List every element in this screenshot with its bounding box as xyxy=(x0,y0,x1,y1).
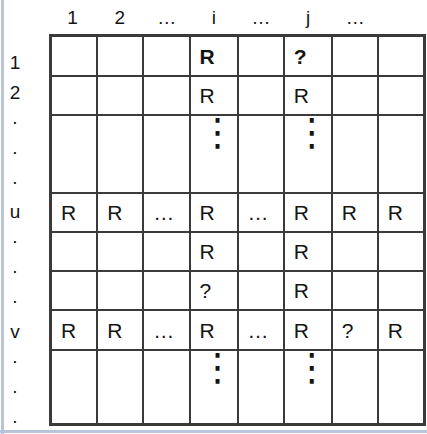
cell-r6-c2 xyxy=(97,271,143,310)
cell-r4-c4: R xyxy=(190,193,238,232)
cell-r8-c4: ⋮ xyxy=(190,350,238,424)
cell-r2-c7 xyxy=(332,76,378,115)
row-label-3: . xyxy=(2,103,28,133)
cell-r3-c2 xyxy=(97,115,143,193)
cell-r4-c7: R xyxy=(332,193,378,232)
cell-r4-c8: R xyxy=(378,193,424,232)
cell-r8-c7 xyxy=(332,350,378,424)
cell-r7-c8: R xyxy=(378,310,424,350)
cell-r7-c2: R xyxy=(97,310,143,350)
cell-r5-c6: R xyxy=(284,232,332,271)
cell-r5-c4: R xyxy=(190,232,238,271)
cell-r6-c8 xyxy=(378,271,424,310)
column-headers: 12…i…j… xyxy=(49,2,426,34)
cell-r8-c1 xyxy=(51,350,97,424)
cell-r7-c7: ? xyxy=(332,310,378,350)
cell-r2-c8 xyxy=(378,76,424,115)
row-label-4: . xyxy=(2,133,28,163)
cell-r1-c7 xyxy=(332,36,378,76)
row-label-8: . xyxy=(2,252,28,282)
row-label-11: . xyxy=(2,342,28,372)
cell-r7-c6: R xyxy=(284,310,332,350)
cell-r7-c4: R xyxy=(190,310,238,350)
cell-r7-c3: … xyxy=(143,310,189,350)
cell-r6-c7 xyxy=(332,271,378,310)
cell-r2-c4: R xyxy=(190,76,238,115)
row-label-13: . xyxy=(2,402,28,432)
cell-r3-c8 xyxy=(378,115,424,193)
cell-r3-c1 xyxy=(51,115,97,193)
cell-r1-c5 xyxy=(238,36,284,76)
cell-r5-c1 xyxy=(51,232,97,271)
cell-r2-c3 xyxy=(143,76,189,115)
cell-r4-c2: R xyxy=(97,193,143,232)
cell-r8-c6: ⋮ xyxy=(284,350,332,424)
cell-r8-c3 xyxy=(143,350,189,424)
cell-r6-c6: R xyxy=(284,271,332,310)
cell-r7-c5: … xyxy=(238,310,284,350)
cell-r2-c6: R xyxy=(284,76,332,115)
cell-r6-c3 xyxy=(143,271,189,310)
row-label-1: 1 xyxy=(2,48,28,78)
cell-r1-c6: ? xyxy=(284,36,332,76)
row-labels: 12...u...v... xyxy=(2,48,28,434)
cell-r5-c8 xyxy=(378,232,424,271)
column-header-6: j xyxy=(285,2,332,34)
cell-r7-c1: R xyxy=(51,310,97,350)
cell-r3-c5 xyxy=(238,115,284,193)
column-header-5: … xyxy=(238,2,285,34)
cell-r5-c3 xyxy=(143,232,189,271)
rating-matrix-figure: 12…i…j… 12...u...v... R?RR⋮⋮RR…R…RRRRR?R… xyxy=(0,0,427,434)
cell-r5-c2 xyxy=(97,232,143,271)
cell-r1-c8 xyxy=(378,36,424,76)
cell-r1-c3 xyxy=(143,36,189,76)
row-label-12: . xyxy=(2,372,28,402)
cell-r2-c1 xyxy=(51,76,97,115)
column-header-8 xyxy=(379,2,426,34)
bottom-accent-line xyxy=(0,430,427,433)
cell-r5-c5 xyxy=(238,232,284,271)
cell-r6-c4: ? xyxy=(190,271,238,310)
column-header-4: i xyxy=(190,2,237,34)
column-header-2: 2 xyxy=(96,2,143,34)
cell-r3-c6: ⋮ xyxy=(284,115,332,193)
row-label-9: . xyxy=(2,282,28,312)
cell-r4-c1: R xyxy=(51,193,97,232)
cell-r4-c6: R xyxy=(284,193,332,232)
cell-r3-c7 xyxy=(332,115,378,193)
cell-r6-c5 xyxy=(238,271,284,310)
cell-r1-c4: R xyxy=(190,36,238,76)
row-label-5: . xyxy=(2,163,28,193)
cell-r1-c2 xyxy=(97,36,143,76)
cell-r8-c2 xyxy=(97,350,143,424)
cell-r4-c5: … xyxy=(238,193,284,232)
cell-r8-c8 xyxy=(378,350,424,424)
row-label-7: . xyxy=(2,222,28,252)
column-header-7: … xyxy=(332,2,379,34)
cell-r8-c5 xyxy=(238,350,284,424)
cell-r6-c1 xyxy=(51,271,97,310)
cell-r2-c2 xyxy=(97,76,143,115)
cell-r2-c5 xyxy=(238,76,284,115)
column-header-3: … xyxy=(143,2,190,34)
cell-r4-c3: … xyxy=(143,193,189,232)
cell-r5-c7 xyxy=(332,232,378,271)
cell-r3-c4: ⋮ xyxy=(190,115,238,193)
cell-r3-c3 xyxy=(143,115,189,193)
cell-r1-c1 xyxy=(51,36,97,76)
column-header-1: 1 xyxy=(49,2,96,34)
rating-matrix-grid: R?RR⋮⋮RR…R…RRRRR?RRR…R…R?R⋮⋮ xyxy=(49,34,426,426)
